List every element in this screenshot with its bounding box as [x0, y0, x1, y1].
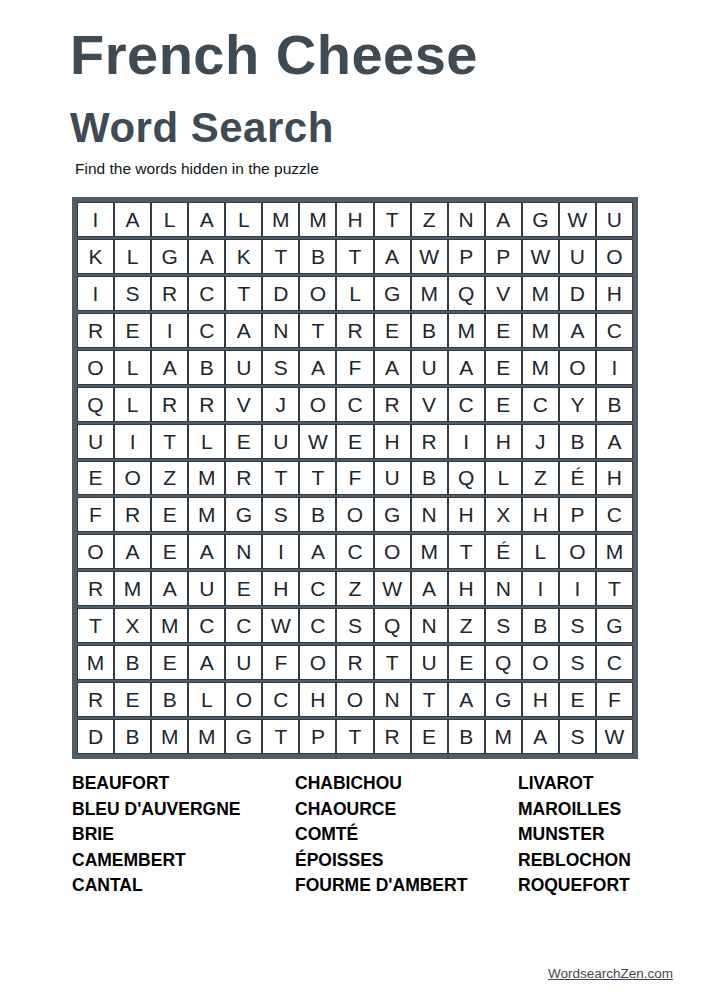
grid-cell-r12c2: X	[114, 608, 151, 643]
grid-cell-r6c9: R	[374, 387, 411, 422]
grid-cell-r8c11: Q	[448, 461, 485, 496]
grid-cell-r15c5: G	[225, 719, 262, 754]
word-item: BRIE	[72, 822, 295, 848]
grid-cell-r8c10: B	[411, 461, 448, 496]
grid-cell-r8c15: H	[596, 461, 633, 496]
grid-cell-r12c13: B	[522, 608, 559, 643]
grid-cell-r8c8: F	[336, 461, 373, 496]
grid-cell-r3c11: Q	[448, 276, 485, 311]
grid-cell-r10c9: O	[374, 534, 411, 569]
grid-cell-r8c6: T	[262, 461, 299, 496]
grid-cell-r9c11: H	[448, 497, 485, 532]
grid-cell-r14c11: A	[448, 682, 485, 717]
grid-cell-r11c15: T	[596, 571, 633, 606]
word-item: CHABICHOU	[295, 771, 518, 797]
grid-cell-r5c13: M	[522, 350, 559, 385]
grid-cell-r9c3: E	[151, 497, 188, 532]
grid-cell-r2c12: P	[485, 239, 522, 274]
grid-cell-r1c11: N	[448, 202, 485, 237]
grid-cell-r11c10: A	[411, 571, 448, 606]
grid-cell-r8c12: L	[485, 461, 522, 496]
page: French Cheese Word Search Find the words…	[0, 0, 707, 1000]
grid-cell-r2c9: A	[374, 239, 411, 274]
instructions-text: Find the words hidden in the puzzle	[75, 160, 319, 178]
footer: WordsearchZen.com	[548, 964, 673, 982]
grid-cell-r15c4: M	[188, 719, 225, 754]
grid-cell-r10c7: A	[299, 534, 336, 569]
grid-cell-r10c3: E	[151, 534, 188, 569]
grid-cell-r6c3: R	[151, 387, 188, 422]
footer-site-link[interactable]: WordsearchZen.com	[548, 966, 673, 981]
grid-cell-r2c13: W	[522, 239, 559, 274]
grid-cell-r9c13: H	[522, 497, 559, 532]
grid-cell-r4c1: R	[77, 313, 114, 348]
grid-cell-r13c12: Q	[485, 645, 522, 680]
word-list-column-3: LIVAROTMAROILLESMUNSTERREBLOCHONROQUEFOR…	[518, 771, 638, 899]
grid-cell-r14c12: G	[485, 682, 522, 717]
grid-cell-r3c3: R	[151, 276, 188, 311]
word-item: CHAOURCE	[295, 797, 518, 823]
grid-cell-r5c6: S	[262, 350, 299, 385]
grid-cell-r8c13: Z	[522, 461, 559, 496]
grid-cell-r12c10: N	[411, 608, 448, 643]
grid-cell-r5c2: L	[114, 350, 151, 385]
grid-cell-r7c1: U	[77, 424, 114, 459]
grid-cell-r4c14: A	[559, 313, 596, 348]
grid-cell-r4c7: T	[299, 313, 336, 348]
grid-cell-r11c9: W	[374, 571, 411, 606]
grid-cell-r7c9: H	[374, 424, 411, 459]
grid-cell-r14c1: R	[77, 682, 114, 717]
grid-cell-r1c14: W	[559, 202, 596, 237]
grid-cell-r2c15: O	[596, 239, 633, 274]
grid-cell-r1c8: H	[336, 202, 373, 237]
grid-cell-r14c9: N	[374, 682, 411, 717]
grid-cell-r10c15: M	[596, 534, 633, 569]
grid-cell-r15c1: D	[77, 719, 114, 754]
grid-cell-r1c15: U	[596, 202, 633, 237]
grid-cell-r6c4: R	[188, 387, 225, 422]
grid-cell-r11c11: H	[448, 571, 485, 606]
grid-cell-r13c1: M	[77, 645, 114, 680]
grid-cell-r2c2: L	[114, 239, 151, 274]
grid-cell-r9c9: G	[374, 497, 411, 532]
grid-cell-r14c2: E	[114, 682, 151, 717]
grid-cell-r5c7: A	[299, 350, 336, 385]
grid-cell-r11c8: Z	[336, 571, 373, 606]
grid-cell-r14c3: B	[151, 682, 188, 717]
grid-cell-r15c10: E	[411, 719, 448, 754]
grid-cell-r2c8: T	[336, 239, 373, 274]
grid-cell-r8c4: M	[188, 461, 225, 496]
grid-cell-r15c14: S	[559, 719, 596, 754]
grid-cell-r8c3: Z	[151, 461, 188, 496]
grid-cell-r4c9: E	[374, 313, 411, 348]
grid-cell-r13c2: B	[114, 645, 151, 680]
word-item: CAMEMBERT	[72, 848, 295, 874]
grid-cell-r7c11: I	[448, 424, 485, 459]
grid-cell-r6c11: C	[448, 387, 485, 422]
grid-cell-r11c3: A	[151, 571, 188, 606]
grid-cell-r3c1: I	[77, 276, 114, 311]
word-item: COMTÉ	[295, 822, 518, 848]
grid-cell-r7c12: H	[485, 424, 522, 459]
grid-cell-r5c15: I	[596, 350, 633, 385]
grid-cell-r11c7: C	[299, 571, 336, 606]
word-item: ÉPOISSES	[295, 848, 518, 874]
grid-cell-r9c12: X	[485, 497, 522, 532]
grid-cell-r2c1: K	[77, 239, 114, 274]
grid-cell-r3c13: M	[522, 276, 559, 311]
grid-cell-r5c1: O	[77, 350, 114, 385]
grid-cell-r2c5: K	[225, 239, 262, 274]
grid-cell-r7c15: A	[596, 424, 633, 459]
grid-cell-r10c11: T	[448, 534, 485, 569]
grid-cell-r4c15: C	[596, 313, 633, 348]
grid-cell-r9c7: B	[299, 497, 336, 532]
grid-cell-r3c8: L	[336, 276, 373, 311]
grid-cell-r15c9: R	[374, 719, 411, 754]
grid-cell-r13c14: S	[559, 645, 596, 680]
grid-cell-r6c5: V	[225, 387, 262, 422]
grid-cell-r13c13: O	[522, 645, 559, 680]
grid-cell-r3c15: H	[596, 276, 633, 311]
grid-cell-r9c10: N	[411, 497, 448, 532]
grid-cell-r15c3: M	[151, 719, 188, 754]
grid-cell-r5c10: U	[411, 350, 448, 385]
grid-cell-r13c11: E	[448, 645, 485, 680]
grid-cell-r4c6: N	[262, 313, 299, 348]
grid-cell-r4c3: I	[151, 313, 188, 348]
grid-cell-r15c8: T	[336, 719, 373, 754]
word-item: FOURME D'AMBERT	[295, 873, 518, 899]
grid-cell-r2c4: A	[188, 239, 225, 274]
grid-cell-r1c10: Z	[411, 202, 448, 237]
grid-cell-r11c12: N	[485, 571, 522, 606]
grid-cell-r5c8: F	[336, 350, 373, 385]
grid-cell-r5c5: U	[225, 350, 262, 385]
grid-cell-r6c15: B	[596, 387, 633, 422]
grid-cell-r2c14: U	[559, 239, 596, 274]
grid-cell-r14c5: O	[225, 682, 262, 717]
grid-cell-r6c2: L	[114, 387, 151, 422]
grid-cell-r13c9: T	[374, 645, 411, 680]
grid-cell-r10c2: A	[114, 534, 151, 569]
grid-cell-r7c3: T	[151, 424, 188, 459]
grid-cell-r6c12: E	[485, 387, 522, 422]
grid-cell-r4c12: E	[485, 313, 522, 348]
grid-cell-r12c7: C	[299, 608, 336, 643]
word-list-column-2: CHABICHOUCHAOURCECOMTÉÉPOISSESFOURME D'A…	[295, 771, 518, 899]
grid-cell-r4c11: M	[448, 313, 485, 348]
grid-cell-r5c9: A	[374, 350, 411, 385]
grid-cell-r3c14: D	[559, 276, 596, 311]
grid-cell-r1c1: I	[77, 202, 114, 237]
grid-cell-r9c6: S	[262, 497, 299, 532]
grid-cell-r15c15: W	[596, 719, 633, 754]
word-item: MAROILLES	[518, 797, 638, 823]
grid-cell-r5c14: O	[559, 350, 596, 385]
grid-cell-r3c6: D	[262, 276, 299, 311]
grid-cell-r4c2: E	[114, 313, 151, 348]
grid-cell-r13c7: O	[299, 645, 336, 680]
grid-cell-r1c13: G	[522, 202, 559, 237]
grid-cell-r8c7: T	[299, 461, 336, 496]
grid-cell-r8c5: R	[225, 461, 262, 496]
grid-cell-r3c12: V	[485, 276, 522, 311]
grid-cell-r2c7: B	[299, 239, 336, 274]
grid-cell-r9c4: M	[188, 497, 225, 532]
grid-cell-r8c2: O	[114, 461, 151, 496]
grid-cell-r12c9: Q	[374, 608, 411, 643]
grid-cell-r5c12: E	[485, 350, 522, 385]
grid-cell-r8c9: U	[374, 461, 411, 496]
grid-cell-r12c15: G	[596, 608, 633, 643]
grid-cell-r7c2: I	[114, 424, 151, 459]
grid-cell-r10c1: O	[77, 534, 114, 569]
grid-cell-r8c14: É	[559, 461, 596, 496]
grid-cell-r15c2: B	[114, 719, 151, 754]
grid-cell-r9c14: P	[559, 497, 596, 532]
grid-cell-r9c1: F	[77, 497, 114, 532]
grid-cell-r5c3: A	[151, 350, 188, 385]
grid-cell-r12c6: W	[262, 608, 299, 643]
grid-cell-r1c12: A	[485, 202, 522, 237]
grid-cell-r1c4: A	[188, 202, 225, 237]
grid-cell-r13c3: E	[151, 645, 188, 680]
grid-cell-r15c13: A	[522, 719, 559, 754]
grid-cell-r11c13: I	[522, 571, 559, 606]
grid-cell-r10c8: C	[336, 534, 373, 569]
grid-cell-r13c4: A	[188, 645, 225, 680]
grid-cell-r3c4: C	[188, 276, 225, 311]
grid-cell-r11c4: U	[188, 571, 225, 606]
word-item: BLEU D'AUVERGNE	[72, 797, 295, 823]
grid-cell-r10c5: N	[225, 534, 262, 569]
grid-cell-r4c5: A	[225, 313, 262, 348]
grid-cell-r1c5: L	[225, 202, 262, 237]
grid-cell-r1c3: L	[151, 202, 188, 237]
grid-cell-r13c6: F	[262, 645, 299, 680]
grid-cell-r2c6: T	[262, 239, 299, 274]
grid-cell-r7c6: U	[262, 424, 299, 459]
grid-cell-r13c8: R	[336, 645, 373, 680]
word-item: LIVAROT	[518, 771, 638, 797]
grid-cell-r5c11: A	[448, 350, 485, 385]
grid-cell-r12c4: C	[188, 608, 225, 643]
grid-cell-r14c4: L	[188, 682, 225, 717]
grid-cell-r7c5: E	[225, 424, 262, 459]
word-item: ROQUEFORT	[518, 873, 638, 899]
grid-cell-r14c15: F	[596, 682, 633, 717]
grid-cell-r3c5: T	[225, 276, 262, 311]
grid-cell-r14c10: T	[411, 682, 448, 717]
grid-cell-r12c8: S	[336, 608, 373, 643]
grid-cell-r14c13: H	[522, 682, 559, 717]
word-search-grid: IALALMMHTZNAGWUKLGAKTBTAWPPWUOISRCTDOLGM…	[72, 197, 638, 759]
grid-cell-r7c4: L	[188, 424, 225, 459]
grid-cell-r2c11: P	[448, 239, 485, 274]
grid-cell-r3c7: O	[299, 276, 336, 311]
word-item: REBLOCHON	[518, 848, 638, 874]
grid-cell-r7c13: J	[522, 424, 559, 459]
grid-cell-r4c4: C	[188, 313, 225, 348]
grid-cell-r4c8: R	[336, 313, 373, 348]
grid-cell-r3c2: S	[114, 276, 151, 311]
grid-cell-r10c4: A	[188, 534, 225, 569]
word-item: BEAUFORT	[72, 771, 295, 797]
grid-cell-r9c5: G	[225, 497, 262, 532]
grid-cell-r4c10: B	[411, 313, 448, 348]
grid-cell-r3c10: M	[411, 276, 448, 311]
grid-cell-r7c8: E	[336, 424, 373, 459]
word-item: CANTAL	[72, 873, 295, 899]
grid-cell-r14c6: C	[262, 682, 299, 717]
grid-cell-r6c14: Y	[559, 387, 596, 422]
grid-cell-r6c7: O	[299, 387, 336, 422]
grid-cell-r15c11: B	[448, 719, 485, 754]
grid-cell-r6c10: V	[411, 387, 448, 422]
grid-cell-r13c5: U	[225, 645, 262, 680]
grid-cell-r11c2: M	[114, 571, 151, 606]
grid-cell-r14c7: H	[299, 682, 336, 717]
grid-cell-r1c6: M	[262, 202, 299, 237]
grid-cell-r4c13: M	[522, 313, 559, 348]
grid-cell-r3c9: G	[374, 276, 411, 311]
grid-cell-r9c15: C	[596, 497, 633, 532]
grid-cell-r11c5: E	[225, 571, 262, 606]
grid-cell-r6c6: J	[262, 387, 299, 422]
grid-cell-r11c6: H	[262, 571, 299, 606]
grid-cell-r15c7: P	[299, 719, 336, 754]
grid-cell-r15c12: M	[485, 719, 522, 754]
grid-cell-r10c10: M	[411, 534, 448, 569]
grid-cell-r14c8: O	[336, 682, 373, 717]
grid-cell-r6c13: C	[522, 387, 559, 422]
grid-cell-r12c5: C	[225, 608, 262, 643]
grid-cell-r14c14: E	[559, 682, 596, 717]
grid-cell-r9c2: R	[114, 497, 151, 532]
grid-cell-r13c15: C	[596, 645, 633, 680]
grid-cell-r11c14: I	[559, 571, 596, 606]
grid-cell-r12c1: T	[77, 608, 114, 643]
grid-cell-r10c13: L	[522, 534, 559, 569]
grid-cell-r13c10: U	[411, 645, 448, 680]
grid-cell-r6c1: Q	[77, 387, 114, 422]
page-title: French Cheese	[70, 22, 478, 87]
grid-cell-r12c12: S	[485, 608, 522, 643]
grid-cell-r10c6: I	[262, 534, 299, 569]
grid-cell-r2c10: W	[411, 239, 448, 274]
grid-cell-r7c14: B	[559, 424, 596, 459]
page-title-line2: Word Search	[70, 104, 334, 152]
grid-cell-r15c6: T	[262, 719, 299, 754]
grid-cell-r7c10: R	[411, 424, 448, 459]
grid-cell-r1c9: T	[374, 202, 411, 237]
grid-cell-r5c4: B	[188, 350, 225, 385]
grid-cell-r12c3: M	[151, 608, 188, 643]
grid-cell-r9c8: O	[336, 497, 373, 532]
grid-cell-r11c1: R	[77, 571, 114, 606]
grid-cell-r8c1: E	[77, 461, 114, 496]
word-item: MUNSTER	[518, 822, 638, 848]
grid-cell-r10c12: É	[485, 534, 522, 569]
grid-cell-r1c7: M	[299, 202, 336, 237]
grid-cell-r12c14: S	[559, 608, 596, 643]
grid-cell-r2c3: G	[151, 239, 188, 274]
grid-cell-r12c11: Z	[448, 608, 485, 643]
grid-cell-r6c8: C	[336, 387, 373, 422]
grid-cell-r7c7: W	[299, 424, 336, 459]
grid-cell-r1c2: A	[114, 202, 151, 237]
word-list: BEAUFORTBLEU D'AUVERGNEBRIECAMEMBERTCANT…	[72, 771, 638, 899]
grid-cell-r10c14: O	[559, 534, 596, 569]
word-list-column-1: BEAUFORTBLEU D'AUVERGNEBRIECAMEMBERTCANT…	[72, 771, 295, 899]
